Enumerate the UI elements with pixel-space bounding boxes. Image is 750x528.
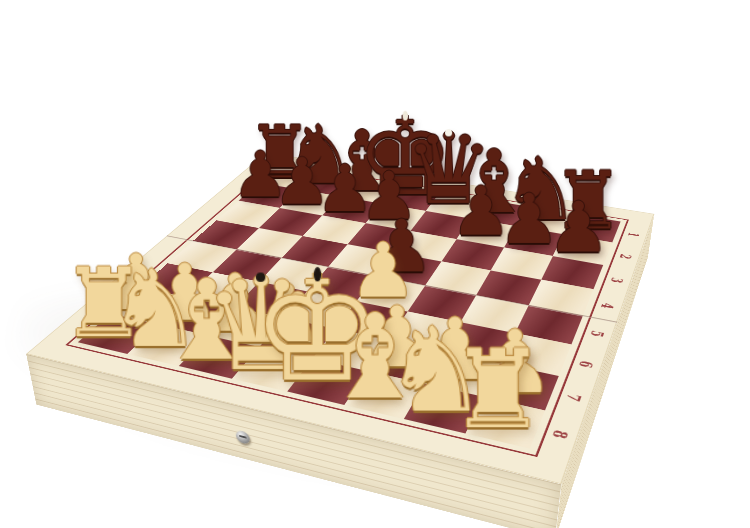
- square-g1: ♞: [516, 207, 573, 235]
- dark-rook: ♜: [247, 119, 313, 185]
- product-photo-stage: ♜♞♝♚♛♝♞♜♟♟♟♟♟♟♟♟♟♟♟♟♟♟♟♟♜♞♝♛♚♝♞♜ 1234567…: [0, 0, 750, 528]
- chess-box-scene: ♜♞♝♚♛♝♞♜♟♟♟♟♟♟♟♟♟♟♟♟♟♟♟♟♜♞♝♛♚♝♞♜ 1234567…: [26, 153, 654, 485]
- latch-screw-icon: [236, 429, 251, 445]
